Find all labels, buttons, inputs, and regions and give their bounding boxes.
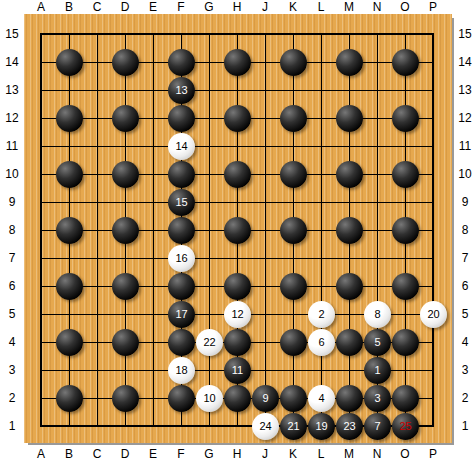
black-stone-D14 [112,49,139,76]
black-stone-F6 [168,273,195,300]
row-label-left-10: 10 [1,167,23,181]
black-stone-move-1-N3: 1 [364,357,391,384]
black-stone-B10 [56,161,83,188]
row-label-right-9: 9 [454,195,476,209]
black-stone-B2 [56,385,83,412]
white-stone-move-20-P5: 20 [420,301,447,328]
col-label-top-C: C [87,1,107,14]
black-stone-move-19-L1: 19 [308,413,335,440]
col-label-top-H: H [227,1,247,14]
row-label-left-12: 12 [1,111,23,125]
white-stone-move-10-G2: 10 [196,385,223,412]
black-stone-O2 [392,385,419,412]
black-stone-D8 [112,217,139,244]
row-label-right-4: 4 [454,335,476,349]
black-stone-H12 [224,105,251,132]
black-stone-K12 [280,105,307,132]
row-label-left-15: 15 [1,27,23,41]
black-stone-O12 [392,105,419,132]
col-label-bottom-M: M [339,448,359,461]
col-label-bottom-E: E [143,448,163,461]
black-stone-D6 [112,273,139,300]
col-label-bottom-N: N [367,448,387,461]
row-label-left-11: 11 [1,139,23,153]
col-label-top-G: G [199,1,219,14]
row-label-left-4: 4 [1,335,23,349]
col-label-bottom-G: G [199,448,219,461]
black-stone-M2 [336,385,363,412]
col-label-bottom-P: P [423,448,443,461]
col-label-top-A: A [31,1,51,14]
row-label-left-2: 2 [1,391,23,405]
black-stone-H10 [224,161,251,188]
black-stone-move-7-N1: 7 [364,413,391,440]
black-stone-K2 [280,385,307,412]
col-label-bottom-C: C [87,448,107,461]
col-label-bottom-L: L [311,448,331,461]
black-stone-H2 [224,385,251,412]
black-stone-O8 [392,217,419,244]
row-label-left-14: 14 [1,55,23,69]
row-label-right-6: 6 [454,279,476,293]
row-label-left-9: 9 [1,195,23,209]
black-stone-K14 [280,49,307,76]
black-stone-B6 [56,273,83,300]
row-label-left-6: 6 [1,279,23,293]
row-label-left-13: 13 [1,83,23,97]
black-stone-O6 [392,273,419,300]
black-stone-move-5-N4: 5 [364,329,391,356]
black-stone-F2 [168,385,195,412]
goban[interactable]: 1234567891011121314151617181920212223242… [24,14,452,443]
row-label-left-3: 3 [1,363,23,377]
white-stone-move-14-F11: 14 [168,133,195,160]
black-stone-D2 [112,385,139,412]
black-stone-M14 [336,49,363,76]
white-stone-move-12-H5: 12 [224,301,251,328]
col-label-top-J: J [255,1,275,14]
white-stone-move-6-L4: 6 [308,329,335,356]
black-stone-F14 [168,49,195,76]
col-label-bottom-H: H [227,448,247,461]
col-label-top-K: K [283,1,303,14]
black-stone-D10 [112,161,139,188]
col-label-bottom-D: D [115,448,135,461]
black-stone-K10 [280,161,307,188]
black-stone-M12 [336,105,363,132]
white-stone-move-24-J1: 24 [252,413,279,440]
white-stone-move-8-N5: 8 [364,301,391,328]
black-stone-move-13-F13: 13 [168,77,195,104]
black-stone-H4 [224,329,251,356]
black-stone-move-17-F5: 17 [168,301,195,328]
col-label-top-F: F [171,1,191,14]
black-stone-F12 [168,105,195,132]
row-label-left-7: 7 [1,251,23,265]
row-label-right-1: 1 [454,419,476,433]
black-stone-B4 [56,329,83,356]
black-stone-M10 [336,161,363,188]
row-label-left-8: 8 [1,223,23,237]
black-stone-O14 [392,49,419,76]
row-label-left-5: 5 [1,307,23,321]
white-stone-move-18-F3: 18 [168,357,195,384]
white-stone-move-16-F7: 16 [168,245,195,272]
white-stone-move-4-L2: 4 [308,385,335,412]
col-label-top-O: O [395,1,415,14]
col-label-top-P: P [423,1,443,14]
row-label-right-14: 14 [454,55,476,69]
row-label-right-2: 2 [454,391,476,405]
row-label-right-5: 5 [454,307,476,321]
col-label-bottom-B: B [59,448,79,461]
col-label-bottom-F: F [171,448,191,461]
black-stone-D4 [112,329,139,356]
col-label-top-E: E [143,1,163,14]
black-stone-move-25-O1: 25 [392,413,419,440]
black-stone-M6 [336,273,363,300]
black-stone-move-9-J2: 9 [252,385,279,412]
white-stone-move-22-G4: 22 [196,329,223,356]
col-label-top-M: M [339,1,359,14]
black-stone-move-15-F9: 15 [168,189,195,216]
black-stone-move-21-K1: 21 [280,413,307,440]
black-stone-B14 [56,49,83,76]
black-stone-O10 [392,161,419,188]
black-stone-O4 [392,329,419,356]
row-label-right-13: 13 [454,83,476,97]
row-label-right-3: 3 [454,363,476,377]
black-stone-K6 [280,273,307,300]
black-stone-F4 [168,329,195,356]
col-label-top-D: D [115,1,135,14]
black-stone-H6 [224,273,251,300]
row-label-right-15: 15 [454,27,476,41]
row-label-right-7: 7 [454,251,476,265]
black-stone-F8 [168,217,195,244]
row-label-right-12: 12 [454,111,476,125]
black-stone-D12 [112,105,139,132]
row-label-right-10: 10 [454,167,476,181]
black-stone-M4 [336,329,363,356]
col-label-bottom-J: J [255,448,275,461]
white-stone-move-2-L5: 2 [308,301,335,328]
col-label-bottom-A: A [31,448,51,461]
black-stone-move-11-H3: 11 [224,357,251,384]
black-stone-H8 [224,217,251,244]
row-label-right-8: 8 [454,223,476,237]
col-label-bottom-O: O [395,448,415,461]
black-stone-K8 [280,217,307,244]
black-stone-B8 [56,217,83,244]
col-label-top-L: L [311,1,331,14]
black-stone-B12 [56,105,83,132]
black-stone-H14 [224,49,251,76]
col-label-top-N: N [367,1,387,14]
black-stone-move-23-M1: 23 [336,413,363,440]
black-stone-move-3-N2: 3 [364,385,391,412]
black-stone-F10 [168,161,195,188]
col-label-top-B: B [59,1,79,14]
row-label-right-11: 11 [454,139,476,153]
go-board-screen: 1234567891011121314151617181920212223242… [0,0,476,463]
black-stone-M8 [336,217,363,244]
row-label-left-1: 1 [1,419,23,433]
black-stone-K4 [280,329,307,356]
col-label-bottom-K: K [283,448,303,461]
